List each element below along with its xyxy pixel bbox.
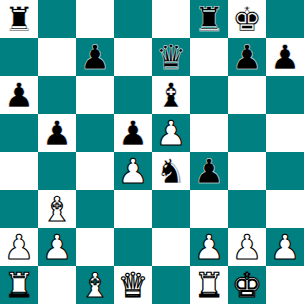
black-pawn: ♟: [194, 152, 224, 190]
black-pawn: ♟: [270, 38, 300, 76]
chess-board: ♜♜♚♟♛♟♟♟♝♟♟♟♟♞♟♝♟♟♟♟♟♜♝♛♜♚: [0, 0, 304, 304]
square-e3[interactable]: [152, 190, 190, 228]
black-pawn: ♟: [42, 114, 72, 152]
square-g5[interactable]: [228, 114, 266, 152]
square-h3[interactable]: [266, 190, 304, 228]
square-c1[interactable]: ♝: [76, 266, 114, 304]
square-d5[interactable]: ♟: [114, 114, 152, 152]
square-c7[interactable]: ♟: [76, 38, 114, 76]
square-h6[interactable]: [266, 76, 304, 114]
black-rook: ♜: [4, 0, 34, 38]
white-rook: ♜: [194, 266, 224, 304]
black-pawn: ♟: [118, 114, 148, 152]
square-h4[interactable]: [266, 152, 304, 190]
square-f7[interactable]: [190, 38, 228, 76]
square-g1[interactable]: ♚: [228, 266, 266, 304]
white-king: ♚: [232, 266, 262, 304]
square-c4[interactable]: [76, 152, 114, 190]
square-d3[interactable]: [114, 190, 152, 228]
white-pawn: ♟: [232, 228, 262, 266]
square-e5[interactable]: ♟: [152, 114, 190, 152]
square-f8[interactable]: ♜: [190, 0, 228, 38]
square-d4[interactable]: ♟: [114, 152, 152, 190]
black-queen: ♛: [156, 38, 186, 76]
square-c2[interactable]: [76, 228, 114, 266]
white-pawn: ♟: [194, 228, 224, 266]
square-h7[interactable]: ♟: [266, 38, 304, 76]
square-c8[interactable]: [76, 0, 114, 38]
white-bishop: ♝: [42, 190, 72, 228]
square-c3[interactable]: [76, 190, 114, 228]
white-rook: ♜: [4, 266, 34, 304]
square-e6[interactable]: ♝: [152, 76, 190, 114]
square-h1[interactable]: [266, 266, 304, 304]
square-f6[interactable]: [190, 76, 228, 114]
square-h8[interactable]: [266, 0, 304, 38]
black-king: ♚: [232, 0, 262, 38]
square-h2[interactable]: ♟: [266, 228, 304, 266]
square-d2[interactable]: [114, 228, 152, 266]
white-pawn: ♟: [118, 152, 148, 190]
white-pawn: ♟: [4, 228, 34, 266]
square-a6[interactable]: ♟: [0, 76, 38, 114]
black-pawn: ♟: [80, 38, 110, 76]
square-b4[interactable]: [38, 152, 76, 190]
white-bishop: ♝: [80, 266, 110, 304]
square-e2[interactable]: [152, 228, 190, 266]
square-e1[interactable]: [152, 266, 190, 304]
square-g2[interactable]: ♟: [228, 228, 266, 266]
black-pawn: ♟: [232, 38, 262, 76]
square-a8[interactable]: ♜: [0, 0, 38, 38]
square-d1[interactable]: ♛: [114, 266, 152, 304]
square-a2[interactable]: ♟: [0, 228, 38, 266]
white-queen: ♛: [118, 266, 148, 304]
square-e7[interactable]: ♛: [152, 38, 190, 76]
square-c5[interactable]: [76, 114, 114, 152]
black-rook: ♜: [194, 0, 224, 38]
square-f1[interactable]: ♜: [190, 266, 228, 304]
square-f2[interactable]: ♟: [190, 228, 228, 266]
square-b5[interactable]: ♟: [38, 114, 76, 152]
square-d7[interactable]: [114, 38, 152, 76]
square-g7[interactable]: ♟: [228, 38, 266, 76]
square-b7[interactable]: [38, 38, 76, 76]
square-b6[interactable]: [38, 76, 76, 114]
square-f5[interactable]: [190, 114, 228, 152]
square-b3[interactable]: ♝: [38, 190, 76, 228]
square-b1[interactable]: [38, 266, 76, 304]
square-b8[interactable]: [38, 0, 76, 38]
square-a1[interactable]: ♜: [0, 266, 38, 304]
square-d8[interactable]: [114, 0, 152, 38]
square-g8[interactable]: ♚: [228, 0, 266, 38]
square-f4[interactable]: ♟: [190, 152, 228, 190]
square-c6[interactable]: [76, 76, 114, 114]
square-e4[interactable]: ♞: [152, 152, 190, 190]
black-pawn: ♟: [4, 76, 34, 114]
square-e8[interactable]: [152, 0, 190, 38]
white-pawn: ♟: [42, 228, 72, 266]
square-a3[interactable]: [0, 190, 38, 228]
square-g6[interactable]: [228, 76, 266, 114]
square-h5[interactable]: [266, 114, 304, 152]
square-a7[interactable]: [0, 38, 38, 76]
white-pawn: ♟: [156, 114, 186, 152]
square-g4[interactable]: [228, 152, 266, 190]
black-bishop: ♝: [156, 76, 186, 114]
white-pawn: ♟: [270, 228, 300, 266]
square-b2[interactable]: ♟: [38, 228, 76, 266]
square-g3[interactable]: [228, 190, 266, 228]
square-d6[interactable]: [114, 76, 152, 114]
square-a5[interactable]: [0, 114, 38, 152]
square-f3[interactable]: [190, 190, 228, 228]
black-knight: ♞: [156, 152, 186, 190]
square-a4[interactable]: [0, 152, 38, 190]
